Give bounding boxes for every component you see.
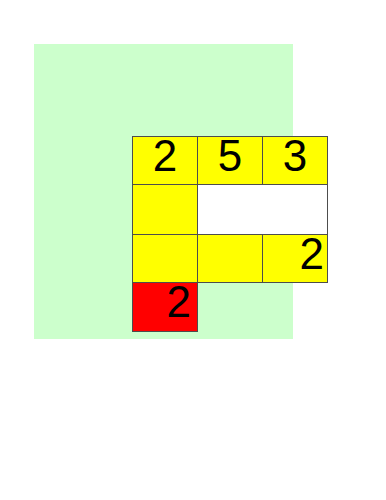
page: 2 5 3 2 2 bbox=[0, 0, 386, 500]
worksheet-panel: 2 5 3 2 2 bbox=[34, 44, 293, 339]
cell-r1c2[interactable]: 5 bbox=[197, 136, 263, 185]
cell-r4c1[interactable]: 2 bbox=[132, 282, 198, 332]
cell-r3c1[interactable] bbox=[132, 234, 198, 283]
puzzle-board: 2 5 3 2 2 bbox=[132, 136, 329, 333]
cell-r2c2-merged[interactable] bbox=[197, 184, 328, 235]
cell-r1c3[interactable]: 3 bbox=[262, 136, 328, 185]
cell-r1c1[interactable]: 2 bbox=[132, 136, 198, 185]
cell-r3c2[interactable] bbox=[197, 234, 263, 283]
cell-r3c3[interactable]: 2 bbox=[262, 234, 328, 283]
cell-r2c1[interactable] bbox=[132, 184, 198, 235]
